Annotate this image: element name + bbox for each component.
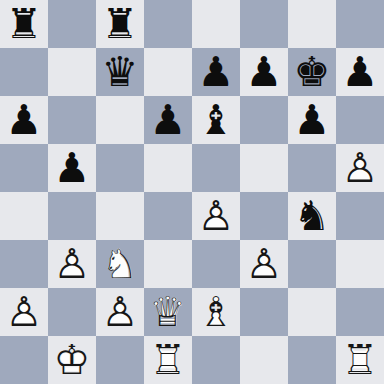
square-a4[interactable] xyxy=(0,192,48,240)
square-h2[interactable] xyxy=(336,288,384,336)
piece-white-rook: ♖ xyxy=(144,336,192,384)
piece-black-queen: ♛ xyxy=(96,48,144,96)
square-b3[interactable]: ♟♙ xyxy=(48,240,96,288)
square-f5[interactable] xyxy=(240,144,288,192)
piece-white-rook-fill: ♜ xyxy=(144,336,192,384)
square-e7[interactable]: ♟ xyxy=(192,48,240,96)
square-d4[interactable] xyxy=(144,192,192,240)
square-e1[interactable] xyxy=(192,336,240,384)
square-e8[interactable] xyxy=(192,0,240,48)
square-g8[interactable] xyxy=(288,0,336,48)
square-c5[interactable] xyxy=(96,144,144,192)
piece-black-pawn: ♟ xyxy=(48,144,96,192)
piece-white-pawn: ♙ xyxy=(240,240,288,288)
piece-black-pawn: ♟ xyxy=(288,96,336,144)
piece-black-king: ♚ xyxy=(288,48,336,96)
square-d1[interactable]: ♜♖ xyxy=(144,336,192,384)
square-c4[interactable] xyxy=(96,192,144,240)
piece-white-king: ♔ xyxy=(48,336,96,384)
piece-white-knight-fill: ♞ xyxy=(96,240,144,288)
square-g6[interactable]: ♟ xyxy=(288,96,336,144)
piece-black-rook: ♜ xyxy=(0,0,48,48)
square-e2[interactable]: ♝♗ xyxy=(192,288,240,336)
square-h7[interactable]: ♟ xyxy=(336,48,384,96)
piece-black-pawn: ♟ xyxy=(144,96,192,144)
piece-black-pawn: ♟ xyxy=(0,96,48,144)
square-b6[interactable] xyxy=(48,96,96,144)
piece-white-pawn-fill: ♟ xyxy=(240,240,288,288)
piece-white-knight: ♘ xyxy=(96,240,144,288)
square-f6[interactable] xyxy=(240,96,288,144)
piece-white-pawn: ♙ xyxy=(0,288,48,336)
square-d7[interactable] xyxy=(144,48,192,96)
chess-board-container: ♜♜♛♟♟♚♟♟♟♝♟♟♟♙♟♙♞♟♙♞♘♟♙♟♙♟♙♛♕♝♗♚♔♜♖♜♖ xyxy=(0,0,384,384)
piece-white-pawn: ♙ xyxy=(336,144,384,192)
square-d8[interactable] xyxy=(144,0,192,48)
piece-black-pawn: ♟ xyxy=(336,48,384,96)
square-g5[interactable] xyxy=(288,144,336,192)
square-a1[interactable] xyxy=(0,336,48,384)
piece-black-pawn: ♟ xyxy=(240,48,288,96)
piece-white-pawn: ♙ xyxy=(48,240,96,288)
piece-white-queen-fill: ♛ xyxy=(144,288,192,336)
piece-white-queen: ♕ xyxy=(144,288,192,336)
piece-black-knight: ♞ xyxy=(288,192,336,240)
square-h3[interactable] xyxy=(336,240,384,288)
piece-black-pawn: ♟ xyxy=(192,48,240,96)
square-f4[interactable] xyxy=(240,192,288,240)
piece-white-pawn: ♙ xyxy=(192,192,240,240)
square-a5[interactable] xyxy=(0,144,48,192)
square-a7[interactable] xyxy=(0,48,48,96)
square-g4[interactable]: ♞ xyxy=(288,192,336,240)
square-a3[interactable] xyxy=(0,240,48,288)
square-g1[interactable] xyxy=(288,336,336,384)
square-d5[interactable] xyxy=(144,144,192,192)
square-f2[interactable] xyxy=(240,288,288,336)
square-d2[interactable]: ♛♕ xyxy=(144,288,192,336)
square-f8[interactable] xyxy=(240,0,288,48)
square-g3[interactable] xyxy=(288,240,336,288)
square-h8[interactable] xyxy=(336,0,384,48)
square-h4[interactable] xyxy=(336,192,384,240)
piece-black-bishop: ♝ xyxy=(192,96,240,144)
piece-white-pawn-fill: ♟ xyxy=(192,192,240,240)
square-d3[interactable] xyxy=(144,240,192,288)
square-a8[interactable]: ♜ xyxy=(0,0,48,48)
square-h6[interactable] xyxy=(336,96,384,144)
chess-board: ♜♜♛♟♟♚♟♟♟♝♟♟♟♙♟♙♞♟♙♞♘♟♙♟♙♟♙♛♕♝♗♚♔♜♖♜♖ xyxy=(0,0,384,384)
square-g2[interactable] xyxy=(288,288,336,336)
square-b2[interactable] xyxy=(48,288,96,336)
square-b1[interactable]: ♚♔ xyxy=(48,336,96,384)
square-c6[interactable] xyxy=(96,96,144,144)
square-g7[interactable]: ♚ xyxy=(288,48,336,96)
piece-white-pawn: ♙ xyxy=(96,288,144,336)
square-b7[interactable] xyxy=(48,48,96,96)
piece-white-pawn-fill: ♟ xyxy=(48,240,96,288)
piece-white-pawn-fill: ♟ xyxy=(0,288,48,336)
square-h5[interactable]: ♟♙ xyxy=(336,144,384,192)
piece-white-pawn-fill: ♟ xyxy=(336,144,384,192)
square-f7[interactable]: ♟ xyxy=(240,48,288,96)
square-e5[interactable] xyxy=(192,144,240,192)
square-c1[interactable] xyxy=(96,336,144,384)
piece-white-king-fill: ♚ xyxy=(48,336,96,384)
square-f1[interactable] xyxy=(240,336,288,384)
square-f3[interactable]: ♟♙ xyxy=(240,240,288,288)
square-c2[interactable]: ♟♙ xyxy=(96,288,144,336)
square-e4[interactable]: ♟♙ xyxy=(192,192,240,240)
piece-white-bishop: ♗ xyxy=(192,288,240,336)
piece-white-rook: ♖ xyxy=(336,336,384,384)
square-c8[interactable]: ♜ xyxy=(96,0,144,48)
square-e3[interactable] xyxy=(192,240,240,288)
piece-white-rook-fill: ♜ xyxy=(336,336,384,384)
square-d6[interactable]: ♟ xyxy=(144,96,192,144)
square-a6[interactable]: ♟ xyxy=(0,96,48,144)
square-h1[interactable]: ♜♖ xyxy=(336,336,384,384)
piece-white-bishop-fill: ♝ xyxy=(192,288,240,336)
square-b8[interactable] xyxy=(48,0,96,48)
square-c7[interactable]: ♛ xyxy=(96,48,144,96)
square-a2[interactable]: ♟♙ xyxy=(0,288,48,336)
square-b5[interactable]: ♟ xyxy=(48,144,96,192)
square-b4[interactable] xyxy=(48,192,96,240)
square-e6[interactable]: ♝ xyxy=(192,96,240,144)
piece-black-rook: ♜ xyxy=(96,0,144,48)
square-c3[interactable]: ♞♘ xyxy=(96,240,144,288)
piece-white-pawn-fill: ♟ xyxy=(96,288,144,336)
